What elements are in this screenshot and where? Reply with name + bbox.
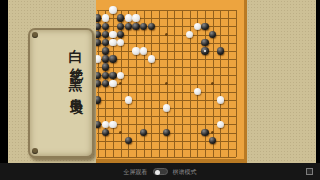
black-stone [163,129,170,136]
left-panel: 白 绝艺 黑 申旻埈 [8,0,96,163]
star-point [165,33,168,36]
star-point [211,131,214,134]
grid-line [182,10,183,157]
black-stone [96,72,101,79]
mode-toggle[interactable] [153,168,168,175]
star-point [119,131,122,134]
black-stone [96,23,101,30]
star-point [119,82,122,85]
black-stone [209,31,216,38]
bar-left-text: 全屏观看 [124,169,148,175]
go-board [96,0,247,163]
star-point [165,82,168,85]
white-player-column: 白 绝艺 [67,38,86,62]
white-stone [96,55,101,62]
white-stone [132,47,139,54]
star-point [211,82,214,85]
black-stone [96,14,101,21]
white-stone [117,39,124,46]
bar-right-text: 棋谱模式 [173,169,197,175]
black-stone [102,63,109,70]
grid-line [97,157,236,158]
black-stone [132,23,139,30]
black-stone [117,23,124,30]
black-stone [96,96,101,103]
black-stone [102,31,109,38]
black-label: 黑 [68,67,84,70]
black-player-column: 黑 申旻埈 [67,67,86,93]
black-stone [117,14,124,21]
fullscreen-icon[interactable] [306,168,313,175]
white-stone [125,96,132,103]
grid-line [97,100,236,101]
black-stone [102,72,109,79]
grid-line [236,10,237,157]
white-stone [217,96,224,103]
white-label: 白 [68,38,84,41]
white-name: 绝艺 [67,58,85,62]
black-stone [102,39,109,46]
right-panel: 少 九 围棋 [247,0,316,163]
black-stone [140,129,147,136]
black-stone [96,39,101,46]
white-stone [117,72,124,79]
scroll-knob-icon [32,148,38,154]
grid-line [97,116,236,117]
black-name: 申旻埈 [67,87,85,93]
white-stone [102,14,109,21]
black-stone [140,23,147,30]
black-stone [148,23,155,30]
white-stone [109,80,116,87]
white-stone [125,14,132,21]
grid-line [220,10,221,157]
grid-line [97,149,236,150]
white-stone [109,39,116,46]
white-stone [140,47,147,54]
black-stone [109,72,116,79]
white-stone [132,14,139,21]
black-stone [96,31,101,38]
black-stone [117,31,124,38]
black-stone [209,137,216,144]
black-stone [109,55,116,62]
white-stone [217,121,224,128]
white-stone [109,121,116,128]
grid-line [97,124,236,125]
black-stone-last-move [201,47,208,54]
black-stone [125,23,132,30]
black-stone [102,23,109,30]
black-stone [125,137,132,144]
black-stone [96,80,101,87]
black-stone [201,39,208,46]
bottom-bar: 全屏观看 棋谱模式 [0,163,320,180]
player-names: 白 绝艺 黑 申旻埈 [36,38,86,148]
black-stone [102,47,109,54]
black-stone [201,23,208,30]
white-stone [194,23,201,30]
white-stone [109,6,116,13]
video-frame: 白 绝艺 黑 申旻埈 少 九 围棋 全屏观看 棋谱模式 [0,0,320,180]
grid-line [97,92,236,93]
white-stone [148,55,155,62]
black-stone [201,129,208,136]
black-stone [102,129,109,136]
toggle-knob [155,170,160,175]
grid-line [197,10,198,157]
white-stone [194,88,201,95]
black-stone [96,121,101,128]
black-stone [102,55,109,62]
black-stone [217,47,224,54]
black-stone [102,80,109,87]
white-stone [163,104,170,111]
white-stone [186,31,193,38]
grid-line [174,10,175,157]
grid-line [228,10,229,157]
white-stone [109,31,116,38]
player-scroll: 白 绝艺 黑 申旻埈 [28,28,94,158]
white-stone [102,121,109,128]
